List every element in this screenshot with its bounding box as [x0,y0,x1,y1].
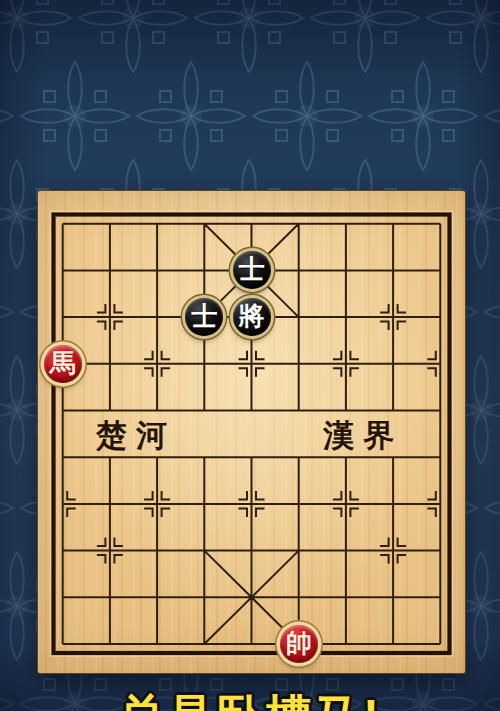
river-label-han-jie: 漢界 [323,417,403,455]
xiangqi-board[interactable]: 楚河 漢界 士士將馬帥 [37,190,466,674]
piece-glyph: 將 [239,304,265,330]
piece-glyph: 馬 [50,351,76,377]
piece-black-advisor-1[interactable]: 士 [233,251,271,289]
piece-black-general[interactable]: 將 [233,298,271,336]
piece-glyph: 士 [191,304,217,330]
river-label-chu-he: 楚河 [96,417,176,455]
app-screen: 楚河 漢界 士士將馬帥 总是卧槽马! [0,0,500,711]
piece-red-horse[interactable]: 馬 [44,345,82,383]
piece-glyph: 帥 [286,631,312,657]
piece-red-general[interactable]: 帥 [280,625,318,663]
caption-text: 总是卧槽马! [0,692,500,711]
piece-glyph: 士 [239,257,265,283]
